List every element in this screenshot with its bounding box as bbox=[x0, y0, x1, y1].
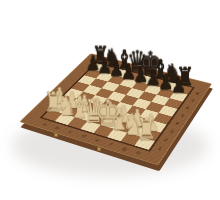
rank-label-6: 6 bbox=[179, 103, 196, 114]
file-label-e: e bbox=[87, 134, 107, 146]
rank-label-4: 4 bbox=[168, 118, 186, 130]
piece-white-rook-h1[interactable]: ♜ bbox=[136, 115, 154, 144]
file-label-h: h bbox=[129, 147, 149, 159]
file-label-f: f bbox=[101, 139, 121, 151]
file-label-b: b bbox=[48, 123, 67, 134]
file-label-a: a bbox=[35, 119, 54, 130]
file-label-g: g bbox=[115, 143, 135, 155]
file-label-c: c bbox=[61, 126, 80, 137]
square-h5[interactable] bbox=[159, 105, 178, 116]
file-label-d: d bbox=[74, 130, 94, 141]
brass-hinge-left bbox=[54, 133, 58, 137]
chess-board: abcdefgh12345678 ♜♞♝♛♚♝♞♜♟♟♟♟♟♟♟♟♟♟♟♟♟♟♟… bbox=[19, 53, 212, 165]
brass-hinge-right bbox=[97, 147, 101, 151]
rank-label-5: 5 bbox=[174, 110, 192, 121]
chess-set-photo: abcdefgh12345678 ♜♞♝♛♚♝♞♜♟♟♟♟♟♟♟♟♟♟♟♟♟♟♟… bbox=[0, 0, 220, 200]
board-scene: abcdefgh12345678 ♜♞♝♛♚♝♞♜♟♟♟♟♟♟♟♟♟♟♟♟♟♟♟… bbox=[0, 0, 220, 200]
rank-label-3: 3 bbox=[162, 126, 181, 138]
